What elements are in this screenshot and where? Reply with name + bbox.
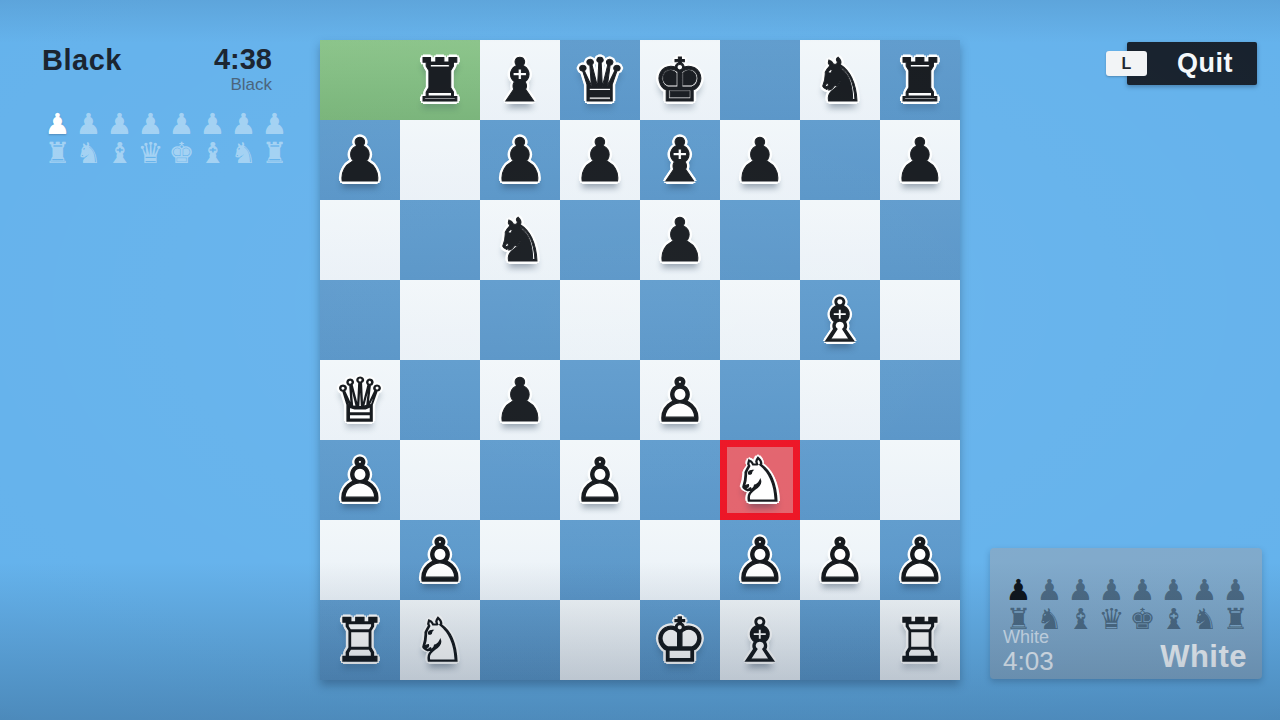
white-tray-piece-p: ♟ <box>1065 575 1096 605</box>
piece-black-b-e7: ♝ <box>640 120 720 200</box>
square-d1[interactable] <box>560 600 640 680</box>
square-e5[interactable] <box>640 280 720 360</box>
square-f7[interactable]: ♟ <box>720 120 800 200</box>
square-e3[interactable] <box>640 440 720 520</box>
black-tray-piece-p: ♟ <box>197 109 228 139</box>
black-tray-piece-p: ♟ <box>228 109 259 139</box>
piece-white-b-g5: ♝♗ <box>800 280 880 360</box>
square-g4[interactable] <box>800 360 880 440</box>
square-a2[interactable] <box>320 520 400 600</box>
piece-black-p-h7: ♟ <box>880 120 960 200</box>
square-e2[interactable] <box>640 520 720 600</box>
square-h7[interactable]: ♟ <box>880 120 960 200</box>
piece-white-p-a3: ♟♙ <box>320 440 400 520</box>
square-e4[interactable]: ♟♙ <box>640 360 720 440</box>
black-tray-piece-n: ♞ <box>228 138 259 168</box>
piece-black-p-e6: ♟ <box>640 200 720 280</box>
black-tray-piece-p: ♟ <box>166 109 197 139</box>
piece-black-n-g8: ♞ <box>800 40 880 120</box>
square-c4[interactable]: ♟ <box>480 360 560 440</box>
black-tray-piece-k: ♚ <box>166 138 197 168</box>
square-g5[interactable]: ♝♗ <box>800 280 880 360</box>
black-tray-piece-p: ♟ <box>135 109 166 139</box>
square-c7[interactable]: ♟ <box>480 120 560 200</box>
piece-black-k-e8: ♚ <box>640 40 720 120</box>
piece-white-r-a1: ♜♖ <box>320 600 400 680</box>
square-b4[interactable] <box>400 360 480 440</box>
white-tray-piece-p: ♟ <box>1034 575 1065 605</box>
square-d8[interactable]: ♛ <box>560 40 640 120</box>
piece-black-b-c8: ♝ <box>480 40 560 120</box>
piece-black-p-f7: ♟ <box>720 120 800 200</box>
quit-button-label: Quit <box>1177 48 1233 79</box>
white-tray-piece-p: ♟ <box>1127 575 1158 605</box>
white-tray-piece-p: ♟ <box>1158 575 1189 605</box>
black-captured-tray: ♟♟♟♟♟♟♟♟♜♞♝♛♚♝♞♜ <box>42 109 272 168</box>
square-h5[interactable] <box>880 280 960 360</box>
square-a3[interactable]: ♟♙ <box>320 440 400 520</box>
square-h2[interactable]: ♟♙ <box>880 520 960 600</box>
black-clock: 4:38 <box>214 44 272 74</box>
square-a8[interactable] <box>320 40 400 120</box>
piece-black-p-a7: ♟ <box>320 120 400 200</box>
square-g2[interactable]: ♟♙ <box>800 520 880 600</box>
square-b5[interactable] <box>400 280 480 360</box>
square-b6[interactable] <box>400 200 480 280</box>
quit-button[interactable]: L Quit <box>1127 42 1257 85</box>
piece-black-p-c7: ♟ <box>480 120 560 200</box>
square-f6[interactable] <box>720 200 800 280</box>
piece-white-p-b2: ♟♙ <box>400 520 480 600</box>
piece-black-q-d8: ♛ <box>560 40 640 120</box>
piece-black-p-d7: ♟ <box>560 120 640 200</box>
piece-white-r-h1: ♜♖ <box>880 600 960 680</box>
piece-white-n-b1: ♞♘ <box>400 600 480 680</box>
square-e8[interactable]: ♚ <box>640 40 720 120</box>
white-tray-piece-p: ♟ <box>1220 575 1251 605</box>
piece-white-q-a4: ♛♕ <box>320 360 400 440</box>
square-h3[interactable] <box>880 440 960 520</box>
piece-black-p-c4: ♟ <box>480 360 560 440</box>
black-tray-piece-p: ♟ <box>73 109 104 139</box>
square-g3[interactable] <box>800 440 880 520</box>
square-f3[interactable]: ♞♘ <box>720 440 800 520</box>
square-f4[interactable] <box>720 360 800 440</box>
square-b3[interactable] <box>400 440 480 520</box>
square-h1[interactable]: ♜♖ <box>880 600 960 680</box>
square-g1[interactable] <box>800 600 880 680</box>
white-player-name: White <box>1160 639 1247 675</box>
square-a6[interactable] <box>320 200 400 280</box>
piece-white-n-f3: ♞♘ <box>727 440 793 520</box>
black-player-header: Black 4:38 Black <box>42 44 272 95</box>
square-d7[interactable]: ♟ <box>560 120 640 200</box>
black-tray-piece-b: ♝ <box>104 138 135 168</box>
square-c2[interactable] <box>480 520 560 600</box>
square-f8[interactable] <box>720 40 800 120</box>
square-c8[interactable]: ♝ <box>480 40 560 120</box>
white-player-panel: ♟♟♟♟♟♟♟♟♜♞♝♛♚♝♞♜ White 4:03 White <box>990 548 1262 679</box>
square-e1[interactable]: ♚♔ <box>640 600 720 680</box>
black-tray-row2: ♜♞♝♛♚♝♞♜ <box>42 138 272 168</box>
chess-board: ♜♝♛♚♞♜♟♟♟♝♟♟♞♟♝♗♛♕♟♟♙♟♙♟♙♞♘♟♙♟♙♟♙♟♙♜♖♞♘♚… <box>320 40 960 680</box>
square-b1[interactable]: ♞♘ <box>400 600 480 680</box>
black-tray-piece-q: ♛ <box>135 138 166 168</box>
black-clock-label: Black <box>214 75 272 95</box>
black-tray-piece-p: ♟ <box>104 109 135 139</box>
black-clock-area: 4:38 Black <box>214 44 272 95</box>
square-h4[interactable] <box>880 360 960 440</box>
square-a1[interactable]: ♜♖ <box>320 600 400 680</box>
square-c1[interactable] <box>480 600 560 680</box>
piece-white-k-e1: ♚♔ <box>640 600 720 680</box>
square-h6[interactable] <box>880 200 960 280</box>
white-captured-tray: ♟♟♟♟♟♟♟♟♜♞♝♛♚♝♞♜ <box>1003 575 1251 634</box>
piece-black-n-c6: ♞ <box>480 200 560 280</box>
white-player-info: White 4:03 White <box>1003 628 1249 675</box>
square-f5[interactable] <box>720 280 800 360</box>
square-e7[interactable]: ♝ <box>640 120 720 200</box>
square-c6[interactable]: ♞ <box>480 200 560 280</box>
black-tray-piece-b: ♝ <box>197 138 228 168</box>
square-a4[interactable]: ♛♕ <box>320 360 400 440</box>
square-d6[interactable] <box>560 200 640 280</box>
piece-white-p-g2: ♟♙ <box>800 520 880 600</box>
black-player-name: Black <box>42 44 122 77</box>
black-tray-piece-p-captured: ♟ <box>42 109 73 139</box>
square-b8[interactable]: ♜ <box>400 40 480 120</box>
square-c5[interactable] <box>480 280 560 360</box>
square-g8[interactable]: ♞ <box>800 40 880 120</box>
square-d2[interactable] <box>560 520 640 600</box>
square-a5[interactable] <box>320 280 400 360</box>
black-tray-piece-r: ♜ <box>259 138 290 168</box>
black-tray-piece-p: ♟ <box>259 109 290 139</box>
chess-game-screen: Black 4:38 Black ♟♟♟♟♟♟♟♟♜♞♝♛♚♝♞♜ L Quit… <box>0 0 1280 720</box>
piece-white-p-f2: ♟♙ <box>720 520 800 600</box>
square-e6[interactable]: ♟ <box>640 200 720 280</box>
white-tray-row1: ♟♟♟♟♟♟♟♟ <box>1003 575 1251 605</box>
piece-white-b-f1: ♝♗ <box>720 600 800 680</box>
square-g6[interactable] <box>800 200 880 280</box>
piece-black-r-h8: ♜ <box>880 40 960 120</box>
square-d4[interactable] <box>560 360 640 440</box>
black-tray-piece-r: ♜ <box>42 138 73 168</box>
square-d5[interactable] <box>560 280 640 360</box>
square-f2[interactable]: ♟♙ <box>720 520 800 600</box>
key-hint-badge: L <box>1106 51 1147 76</box>
square-b2[interactable]: ♟♙ <box>400 520 480 600</box>
piece-white-p-h2: ♟♙ <box>880 520 960 600</box>
square-b7[interactable] <box>400 120 480 200</box>
black-tray-piece-n: ♞ <box>73 138 104 168</box>
square-c3[interactable] <box>480 440 560 520</box>
square-h8[interactable]: ♜ <box>880 40 960 120</box>
black-player-panel: Black 4:38 Black ♟♟♟♟♟♟♟♟♜♞♝♛♚♝♞♜ <box>42 44 272 168</box>
white-tray-piece-p: ♟ <box>1096 575 1127 605</box>
piece-white-p-d3: ♟♙ <box>560 440 640 520</box>
square-d3[interactable]: ♟♙ <box>560 440 640 520</box>
square-g7[interactable] <box>800 120 880 200</box>
black-tray-row1: ♟♟♟♟♟♟♟♟ <box>42 109 272 139</box>
square-f1[interactable]: ♝♗ <box>720 600 800 680</box>
white-tray-piece-p: ♟ <box>1189 575 1220 605</box>
piece-white-p-e4: ♟♙ <box>640 360 720 440</box>
white-tray-piece-p-captured: ♟ <box>1003 575 1034 605</box>
piece-black-r-b8: ♜ <box>400 40 480 120</box>
square-a7[interactable]: ♟ <box>320 120 400 200</box>
